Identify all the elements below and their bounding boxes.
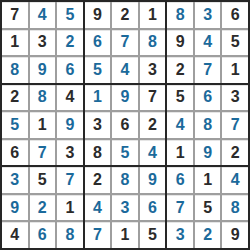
sudoku-block-3: 836945271 xyxy=(167,2,248,83)
sudoku-cell-r5c1[interactable]: 5 xyxy=(2,112,28,138)
sudoku-block-1: 745132896 xyxy=(2,2,83,83)
sudoku-cell-r7c2[interactable]: 5 xyxy=(30,167,56,193)
sudoku-cell-r3c1[interactable]: 8 xyxy=(2,57,28,83)
sudoku-cell-r6c2[interactable]: 7 xyxy=(30,140,56,166)
sudoku-cell-r8c8[interactable]: 5 xyxy=(195,195,221,221)
sudoku-cell-r2c6[interactable]: 8 xyxy=(140,30,166,56)
sudoku-cell-r2c7[interactable]: 9 xyxy=(167,30,193,56)
sudoku-cell-r8c4[interactable]: 4 xyxy=(85,195,111,221)
sudoku-block-5: 197362854 xyxy=(85,85,166,166)
sudoku-cell-r4c8[interactable]: 6 xyxy=(195,85,221,111)
sudoku-cell-r3c8[interactable]: 7 xyxy=(195,57,221,83)
sudoku-cell-r4c3[interactable]: 4 xyxy=(57,85,83,111)
sudoku-cell-r9c5[interactable]: 1 xyxy=(112,222,138,248)
sudoku-cell-r5c2[interactable]: 1 xyxy=(30,112,56,138)
sudoku-cell-r6c4[interactable]: 8 xyxy=(85,140,111,166)
sudoku-cell-r4c5[interactable]: 9 xyxy=(112,85,138,111)
sudoku-cell-r1c6[interactable]: 1 xyxy=(140,2,166,28)
sudoku-cell-r1c5[interactable]: 2 xyxy=(112,2,138,28)
sudoku-cell-r5c5[interactable]: 6 xyxy=(112,112,138,138)
sudoku-cell-r9c7[interactable]: 3 xyxy=(167,222,193,248)
sudoku-cell-r1c7[interactable]: 8 xyxy=(167,2,193,28)
sudoku-cell-r2c3[interactable]: 2 xyxy=(57,30,83,56)
sudoku-cell-r7c1[interactable]: 3 xyxy=(2,167,28,193)
sudoku-block-8: 289436715 xyxy=(85,167,166,248)
sudoku-board: 7451328969216785438369452712845196731973… xyxy=(0,0,250,250)
sudoku-cell-r9c9[interactable]: 9 xyxy=(222,222,248,248)
sudoku-cell-r2c9[interactable]: 5 xyxy=(222,30,248,56)
sudoku-cell-r2c4[interactable]: 6 xyxy=(85,30,111,56)
sudoku-cell-r9c4[interactable]: 7 xyxy=(85,222,111,248)
sudoku-cell-r4c9[interactable]: 3 xyxy=(222,85,248,111)
sudoku-cell-r3c2[interactable]: 9 xyxy=(30,57,56,83)
sudoku-cell-r5c4[interactable]: 3 xyxy=(85,112,111,138)
sudoku-cell-r3c4[interactable]: 5 xyxy=(85,57,111,83)
sudoku-cell-r4c1[interactable]: 2 xyxy=(2,85,28,111)
sudoku-cell-r3c6[interactable]: 3 xyxy=(140,57,166,83)
sudoku-cell-r2c8[interactable]: 4 xyxy=(195,30,221,56)
sudoku-cell-r3c5[interactable]: 4 xyxy=(112,57,138,83)
sudoku-cell-r6c6[interactable]: 4 xyxy=(140,140,166,166)
sudoku-cell-r3c3[interactable]: 6 xyxy=(57,57,83,83)
sudoku-cell-r7c3[interactable]: 7 xyxy=(57,167,83,193)
sudoku-cell-r8c1[interactable]: 9 xyxy=(2,195,28,221)
sudoku-cell-r7c5[interactable]: 8 xyxy=(112,167,138,193)
sudoku-cell-r9c3[interactable]: 8 xyxy=(57,222,83,248)
sudoku-cell-r6c7[interactable]: 1 xyxy=(167,140,193,166)
sudoku-cell-r1c1[interactable]: 7 xyxy=(2,2,28,28)
sudoku-cell-r8c2[interactable]: 2 xyxy=(30,195,56,221)
sudoku-cell-r6c8[interactable]: 9 xyxy=(195,140,221,166)
sudoku-cell-r2c2[interactable]: 3 xyxy=(30,30,56,56)
sudoku-cell-r4c4[interactable]: 1 xyxy=(85,85,111,111)
sudoku-cell-r6c3[interactable]: 3 xyxy=(57,140,83,166)
sudoku-cell-r5c8[interactable]: 8 xyxy=(195,112,221,138)
sudoku-cell-r6c1[interactable]: 6 xyxy=(2,140,28,166)
sudoku-cell-r7c7[interactable]: 6 xyxy=(167,167,193,193)
sudoku-cell-r1c3[interactable]: 5 xyxy=(57,2,83,28)
sudoku-cell-r9c2[interactable]: 6 xyxy=(30,222,56,248)
sudoku-cell-r4c6[interactable]: 7 xyxy=(140,85,166,111)
sudoku-cell-r3c9[interactable]: 1 xyxy=(222,57,248,83)
sudoku-cell-r8c6[interactable]: 6 xyxy=(140,195,166,221)
sudoku-block-9: 614758329 xyxy=(167,167,248,248)
sudoku-block-6: 563487192 xyxy=(167,85,248,166)
sudoku-cell-r9c8[interactable]: 2 xyxy=(195,222,221,248)
sudoku-cell-r1c8[interactable]: 3 xyxy=(195,2,221,28)
sudoku-cell-r4c2[interactable]: 8 xyxy=(30,85,56,111)
sudoku-cell-r5c7[interactable]: 4 xyxy=(167,112,193,138)
sudoku-block-7: 357921468 xyxy=(2,167,83,248)
sudoku-cell-r9c6[interactable]: 5 xyxy=(140,222,166,248)
sudoku-cell-r6c5[interactable]: 5 xyxy=(112,140,138,166)
sudoku-cell-r1c2[interactable]: 4 xyxy=(30,2,56,28)
sudoku-cell-r9c1[interactable]: 4 xyxy=(2,222,28,248)
sudoku-cell-r2c5[interactable]: 7 xyxy=(112,30,138,56)
sudoku-cell-r2c1[interactable]: 1 xyxy=(2,30,28,56)
sudoku-cell-r8c7[interactable]: 7 xyxy=(167,195,193,221)
sudoku-cell-r5c6[interactable]: 2 xyxy=(140,112,166,138)
sudoku-cell-r1c9[interactable]: 6 xyxy=(222,2,248,28)
sudoku-cell-r6c9[interactable]: 2 xyxy=(222,140,248,166)
sudoku-cell-r7c6[interactable]: 9 xyxy=(140,167,166,193)
sudoku-cell-r5c3[interactable]: 9 xyxy=(57,112,83,138)
sudoku-cell-r7c4[interactable]: 2 xyxy=(85,167,111,193)
sudoku-cell-r1c4[interactable]: 9 xyxy=(85,2,111,28)
sudoku-cell-r4c7[interactable]: 5 xyxy=(167,85,193,111)
sudoku-cell-r8c5[interactable]: 3 xyxy=(112,195,138,221)
sudoku-cell-r3c7[interactable]: 2 xyxy=(167,57,193,83)
sudoku-cell-r8c3[interactable]: 1 xyxy=(57,195,83,221)
sudoku-cell-r5c9[interactable]: 7 xyxy=(222,112,248,138)
sudoku-cell-r7c8[interactable]: 1 xyxy=(195,167,221,193)
sudoku-block-4: 284519673 xyxy=(2,85,83,166)
sudoku-cell-r8c9[interactable]: 8 xyxy=(222,195,248,221)
sudoku-block-2: 921678543 xyxy=(85,2,166,83)
sudoku-cell-r7c9[interactable]: 4 xyxy=(222,167,248,193)
